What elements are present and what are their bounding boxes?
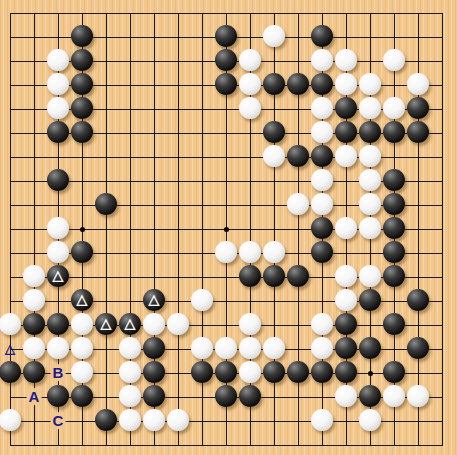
intersection-7-2[interactable]: [142, 25, 166, 49]
intersection-11-2[interactable]: [238, 25, 262, 49]
intersection-4-13[interactable]: △: [70, 289, 94, 313]
intersection-13-9[interactable]: [286, 193, 310, 217]
intersection-12-5[interactable]: [262, 97, 286, 121]
intersection-10-12[interactable]: [214, 265, 238, 289]
intersection-11-19[interactable]: [238, 433, 262, 455]
intersection-16-13[interactable]: [358, 289, 382, 313]
intersection-15-2[interactable]: [334, 25, 358, 49]
intersection-2-9[interactable]: [22, 193, 46, 217]
intersection-19-12[interactable]: [430, 265, 454, 289]
intersection-15-11[interactable]: [334, 241, 358, 265]
intersection-15-5[interactable]: [334, 97, 358, 121]
intersection-5-12[interactable]: [94, 265, 118, 289]
intersection-2-4[interactable]: [22, 73, 46, 97]
intersection-13-3[interactable]: [286, 49, 310, 73]
intersection-19-13[interactable]: [430, 289, 454, 313]
intersection-6-10[interactable]: [118, 217, 142, 241]
intersection-17-4[interactable]: [382, 73, 406, 97]
intersection-15-3[interactable]: [334, 49, 358, 73]
intersection-18-2[interactable]: [406, 25, 430, 49]
intersection-9-11[interactable]: [190, 241, 214, 265]
intersection-14-9[interactable]: [310, 193, 334, 217]
intersection-6-1[interactable]: [118, 1, 142, 25]
intersection-4-8[interactable]: [70, 169, 94, 193]
intersection-4-4[interactable]: [70, 73, 94, 97]
intersection-5-14[interactable]: △: [94, 313, 118, 337]
intersection-11-16[interactable]: [238, 361, 262, 385]
intersection-16-6[interactable]: [358, 121, 382, 145]
intersection-9-9[interactable]: [190, 193, 214, 217]
intersection-3-4[interactable]: [46, 73, 70, 97]
intersection-1-18[interactable]: [0, 409, 22, 433]
intersection-15-6[interactable]: [334, 121, 358, 145]
intersection-12-8[interactable]: [262, 169, 286, 193]
intersection-15-13[interactable]: [334, 289, 358, 313]
intersection-11-15[interactable]: [238, 337, 262, 361]
intersection-15-18[interactable]: [334, 409, 358, 433]
intersection-13-15[interactable]: [286, 337, 310, 361]
intersection-16-11[interactable]: [358, 241, 382, 265]
intersection-16-15[interactable]: [358, 337, 382, 361]
intersection-9-18[interactable]: [190, 409, 214, 433]
intersection-19-15[interactable]: [430, 337, 454, 361]
intersection-3-6[interactable]: [46, 121, 70, 145]
intersection-7-10[interactable]: [142, 217, 166, 241]
intersection-7-5[interactable]: [142, 97, 166, 121]
intersection-10-19[interactable]: [214, 433, 238, 455]
intersection-11-17[interactable]: [238, 385, 262, 409]
intersection-14-4[interactable]: [310, 73, 334, 97]
intersection-3-15[interactable]: [46, 337, 70, 361]
intersection-16-1[interactable]: [358, 1, 382, 25]
intersection-14-18[interactable]: [310, 409, 334, 433]
intersection-3-5[interactable]: [46, 97, 70, 121]
intersection-9-7[interactable]: [190, 145, 214, 169]
intersection-19-4[interactable]: [430, 73, 454, 97]
intersection-18-13[interactable]: [406, 289, 430, 313]
intersection-2-8[interactable]: [22, 169, 46, 193]
intersection-2-2[interactable]: [22, 25, 46, 49]
intersection-17-2[interactable]: [382, 25, 406, 49]
intersection-15-8[interactable]: [334, 169, 358, 193]
intersection-9-13[interactable]: [190, 289, 214, 313]
intersection-8-10[interactable]: [166, 217, 190, 241]
intersection-14-14[interactable]: [310, 313, 334, 337]
intersection-3-1[interactable]: [46, 1, 70, 25]
intersection-14-15[interactable]: [310, 337, 334, 361]
intersection-16-18[interactable]: [358, 409, 382, 433]
intersection-13-5[interactable]: [286, 97, 310, 121]
intersection-3-14[interactable]: [46, 313, 70, 337]
intersection-7-1[interactable]: [142, 1, 166, 25]
intersection-18-18[interactable]: [406, 409, 430, 433]
intersection-16-2[interactable]: [358, 25, 382, 49]
intersection-17-5[interactable]: [382, 97, 406, 121]
intersection-18-17[interactable]: [406, 385, 430, 409]
intersection-8-15[interactable]: [166, 337, 190, 361]
intersection-15-14[interactable]: [334, 313, 358, 337]
intersection-1-3[interactable]: [0, 49, 22, 73]
intersection-9-2[interactable]: [190, 25, 214, 49]
intersection-12-16[interactable]: [262, 361, 286, 385]
intersection-4-19[interactable]: [70, 433, 94, 455]
intersection-15-7[interactable]: [334, 145, 358, 169]
intersection-5-5[interactable]: [94, 97, 118, 121]
intersection-19-3[interactable]: [430, 49, 454, 73]
intersection-19-16[interactable]: [430, 361, 454, 385]
intersection-1-1[interactable]: [0, 1, 22, 25]
intersection-6-14[interactable]: △: [118, 313, 142, 337]
intersection-11-3[interactable]: [238, 49, 262, 73]
intersection-1-7[interactable]: [0, 145, 22, 169]
intersection-1-6[interactable]: [0, 121, 22, 145]
intersection-1-16[interactable]: [0, 361, 22, 385]
intersection-2-6[interactable]: [22, 121, 46, 145]
intersection-3-13[interactable]: [46, 289, 70, 313]
intersection-11-7[interactable]: [238, 145, 262, 169]
intersection-5-1[interactable]: [94, 1, 118, 25]
intersection-17-3[interactable]: [382, 49, 406, 73]
intersection-12-1[interactable]: [262, 1, 286, 25]
intersection-4-7[interactable]: [70, 145, 94, 169]
intersection-4-12[interactable]: [70, 265, 94, 289]
intersection-2-18[interactable]: [22, 409, 46, 433]
intersection-19-7[interactable]: [430, 145, 454, 169]
intersection-1-13[interactable]: [0, 289, 22, 313]
intersection-17-16[interactable]: [382, 361, 406, 385]
intersection-18-7[interactable]: [406, 145, 430, 169]
intersection-18-10[interactable]: [406, 217, 430, 241]
intersection-19-17[interactable]: [430, 385, 454, 409]
intersection-10-5[interactable]: [214, 97, 238, 121]
intersection-10-3[interactable]: [214, 49, 238, 73]
intersection-18-5[interactable]: [406, 97, 430, 121]
intersection-19-14[interactable]: [430, 313, 454, 337]
intersection-3-12[interactable]: △: [46, 265, 70, 289]
intersection-9-3[interactable]: [190, 49, 214, 73]
intersection-10-6[interactable]: [214, 121, 238, 145]
intersection-4-15[interactable]: [70, 337, 94, 361]
intersection-13-2[interactable]: [286, 25, 310, 49]
intersection-9-6[interactable]: [190, 121, 214, 145]
intersection-3-7[interactable]: [46, 145, 70, 169]
intersection-9-12[interactable]: [190, 265, 214, 289]
intersection-2-16[interactable]: [22, 361, 46, 385]
intersection-6-15[interactable]: [118, 337, 142, 361]
intersection-18-9[interactable]: [406, 193, 430, 217]
intersection-6-6[interactable]: [118, 121, 142, 145]
intersection-19-5[interactable]: [430, 97, 454, 121]
intersection-7-6[interactable]: [142, 121, 166, 145]
intersection-10-9[interactable]: [214, 193, 238, 217]
intersection-11-13[interactable]: [238, 289, 262, 313]
intersection-12-2[interactable]: [262, 25, 286, 49]
intersection-11-18[interactable]: [238, 409, 262, 433]
intersection-8-18[interactable]: [166, 409, 190, 433]
intersection-16-8[interactable]: [358, 169, 382, 193]
intersection-18-14[interactable]: [406, 313, 430, 337]
intersection-7-4[interactable]: [142, 73, 166, 97]
intersection-12-7[interactable]: [262, 145, 286, 169]
intersection-2-19[interactable]: [22, 433, 46, 455]
intersection-4-10[interactable]: [70, 217, 94, 241]
intersection-10-16[interactable]: [214, 361, 238, 385]
intersection-4-18[interactable]: [70, 409, 94, 433]
intersection-3-2[interactable]: [46, 25, 70, 49]
intersection-6-11[interactable]: [118, 241, 142, 265]
intersection-4-14[interactable]: [70, 313, 94, 337]
intersection-7-9[interactable]: [142, 193, 166, 217]
intersection-3-10[interactable]: [46, 217, 70, 241]
intersection-5-13[interactable]: [94, 289, 118, 313]
intersection-18-12[interactable]: [406, 265, 430, 289]
intersection-9-4[interactable]: [190, 73, 214, 97]
intersection-9-10[interactable]: [190, 217, 214, 241]
intersection-10-18[interactable]: [214, 409, 238, 433]
intersection-8-7[interactable]: [166, 145, 190, 169]
intersection-19-10[interactable]: [430, 217, 454, 241]
intersection-7-12[interactable]: [142, 265, 166, 289]
intersection-11-6[interactable]: [238, 121, 262, 145]
intersection-10-10[interactable]: [214, 217, 238, 241]
intersection-6-16[interactable]: [118, 361, 142, 385]
intersection-11-9[interactable]: [238, 193, 262, 217]
intersection-12-4[interactable]: [262, 73, 286, 97]
intersection-2-13[interactable]: [22, 289, 46, 313]
intersection-3-3[interactable]: [46, 49, 70, 73]
intersection-13-4[interactable]: [286, 73, 310, 97]
intersection-19-1[interactable]: [430, 1, 454, 25]
intersection-4-3[interactable]: [70, 49, 94, 73]
intersection-17-11[interactable]: [382, 241, 406, 265]
intersection-5-16[interactable]: [94, 361, 118, 385]
intersection-4-1[interactable]: [70, 1, 94, 25]
intersection-8-3[interactable]: [166, 49, 190, 73]
intersection-16-10[interactable]: [358, 217, 382, 241]
intersection-18-3[interactable]: [406, 49, 430, 73]
intersection-4-9[interactable]: [70, 193, 94, 217]
intersection-5-18[interactable]: [94, 409, 118, 433]
intersection-13-10[interactable]: [286, 217, 310, 241]
intersection-8-8[interactable]: [166, 169, 190, 193]
intersection-14-19[interactable]: [310, 433, 334, 455]
intersection-1-19[interactable]: [0, 433, 22, 455]
intersection-8-1[interactable]: [166, 1, 190, 25]
intersection-18-8[interactable]: [406, 169, 430, 193]
intersection-17-15[interactable]: [382, 337, 406, 361]
intersection-13-18[interactable]: [286, 409, 310, 433]
intersection-4-2[interactable]: [70, 25, 94, 49]
intersection-4-11[interactable]: [70, 241, 94, 265]
intersection-16-12[interactable]: [358, 265, 382, 289]
intersection-1-15[interactable]: △: [0, 337, 22, 361]
intersection-13-7[interactable]: [286, 145, 310, 169]
intersection-15-4[interactable]: [334, 73, 358, 97]
intersection-17-9[interactable]: [382, 193, 406, 217]
intersection-1-9[interactable]: [0, 193, 22, 217]
intersection-11-5[interactable]: [238, 97, 262, 121]
intersection-6-4[interactable]: [118, 73, 142, 97]
intersection-14-3[interactable]: [310, 49, 334, 73]
intersection-7-16[interactable]: [142, 361, 166, 385]
intersection-13-17[interactable]: [286, 385, 310, 409]
intersection-4-6[interactable]: [70, 121, 94, 145]
intersection-18-4[interactable]: [406, 73, 430, 97]
intersection-17-7[interactable]: [382, 145, 406, 169]
intersection-14-8[interactable]: [310, 169, 334, 193]
intersection-2-10[interactable]: [22, 217, 46, 241]
intersection-6-5[interactable]: [118, 97, 142, 121]
intersection-2-17[interactable]: A: [22, 385, 46, 409]
intersection-5-6[interactable]: [94, 121, 118, 145]
intersection-15-12[interactable]: [334, 265, 358, 289]
intersection-1-5[interactable]: [0, 97, 22, 121]
intersection-10-2[interactable]: [214, 25, 238, 49]
intersection-10-4[interactable]: [214, 73, 238, 97]
intersection-11-12[interactable]: [238, 265, 262, 289]
intersection-18-15[interactable]: [406, 337, 430, 361]
intersection-8-16[interactable]: [166, 361, 190, 385]
intersection-6-7[interactable]: [118, 145, 142, 169]
intersection-12-9[interactable]: [262, 193, 286, 217]
intersection-17-14[interactable]: [382, 313, 406, 337]
intersection-14-2[interactable]: [310, 25, 334, 49]
intersection-8-13[interactable]: [166, 289, 190, 313]
intersection-3-16[interactable]: B: [46, 361, 70, 385]
intersection-5-2[interactable]: [94, 25, 118, 49]
intersection-17-13[interactable]: [382, 289, 406, 313]
intersection-18-6[interactable]: [406, 121, 430, 145]
intersection-15-9[interactable]: [334, 193, 358, 217]
intersection-12-19[interactable]: [262, 433, 286, 455]
intersection-7-19[interactable]: [142, 433, 166, 455]
intersection-15-1[interactable]: [334, 1, 358, 25]
intersection-12-11[interactable]: [262, 241, 286, 265]
intersection-5-7[interactable]: [94, 145, 118, 169]
intersection-11-11[interactable]: [238, 241, 262, 265]
intersection-3-8[interactable]: [46, 169, 70, 193]
intersection-10-7[interactable]: [214, 145, 238, 169]
intersection-3-11[interactable]: [46, 241, 70, 265]
intersection-10-11[interactable]: [214, 241, 238, 265]
intersection-5-3[interactable]: [94, 49, 118, 73]
intersection-12-17[interactable]: [262, 385, 286, 409]
intersection-14-12[interactable]: [310, 265, 334, 289]
intersection-17-1[interactable]: [382, 1, 406, 25]
intersection-15-15[interactable]: [334, 337, 358, 361]
intersection-5-15[interactable]: [94, 337, 118, 361]
intersection-12-14[interactable]: [262, 313, 286, 337]
intersection-10-14[interactable]: [214, 313, 238, 337]
intersection-13-16[interactable]: [286, 361, 310, 385]
intersection-10-13[interactable]: [214, 289, 238, 313]
intersection-6-8[interactable]: [118, 169, 142, 193]
intersection-9-16[interactable]: [190, 361, 214, 385]
intersection-16-14[interactable]: [358, 313, 382, 337]
intersection-17-8[interactable]: [382, 169, 406, 193]
intersection-6-18[interactable]: [118, 409, 142, 433]
intersection-1-2[interactable]: [0, 25, 22, 49]
intersection-12-12[interactable]: [262, 265, 286, 289]
intersection-8-9[interactable]: [166, 193, 190, 217]
intersection-11-1[interactable]: [238, 1, 262, 25]
intersection-17-19[interactable]: [382, 433, 406, 455]
intersection-6-2[interactable]: [118, 25, 142, 49]
intersection-3-9[interactable]: [46, 193, 70, 217]
intersection-7-3[interactable]: [142, 49, 166, 73]
intersection-12-13[interactable]: [262, 289, 286, 313]
intersection-19-18[interactable]: [430, 409, 454, 433]
intersection-8-5[interactable]: [166, 97, 190, 121]
intersection-18-11[interactable]: [406, 241, 430, 265]
intersection-7-8[interactable]: [142, 169, 166, 193]
intersection-14-11[interactable]: [310, 241, 334, 265]
intersection-8-6[interactable]: [166, 121, 190, 145]
intersection-17-12[interactable]: [382, 265, 406, 289]
intersection-18-1[interactable]: [406, 1, 430, 25]
intersection-7-17[interactable]: [142, 385, 166, 409]
intersection-16-9[interactable]: [358, 193, 382, 217]
intersection-15-19[interactable]: [334, 433, 358, 455]
intersection-18-16[interactable]: [406, 361, 430, 385]
intersection-9-17[interactable]: [190, 385, 214, 409]
intersection-15-17[interactable]: [334, 385, 358, 409]
intersection-19-2[interactable]: [430, 25, 454, 49]
intersection-7-15[interactable]: [142, 337, 166, 361]
intersection-14-17[interactable]: [310, 385, 334, 409]
intersection-19-9[interactable]: [430, 193, 454, 217]
intersection-11-4[interactable]: [238, 73, 262, 97]
intersection-6-12[interactable]: [118, 265, 142, 289]
intersection-2-3[interactable]: [22, 49, 46, 73]
intersection-9-8[interactable]: [190, 169, 214, 193]
intersection-17-17[interactable]: [382, 385, 406, 409]
intersection-12-18[interactable]: [262, 409, 286, 433]
intersection-2-14[interactable]: [22, 313, 46, 337]
intersection-6-19[interactable]: [118, 433, 142, 455]
intersection-8-2[interactable]: [166, 25, 190, 49]
intersection-14-1[interactable]: [310, 1, 334, 25]
intersection-7-13[interactable]: △: [142, 289, 166, 313]
intersection-7-7[interactable]: [142, 145, 166, 169]
intersection-5-9[interactable]: [94, 193, 118, 217]
intersection-2-1[interactable]: [22, 1, 46, 25]
intersection-4-16[interactable]: [70, 361, 94, 385]
intersection-10-15[interactable]: [214, 337, 238, 361]
intersection-17-10[interactable]: [382, 217, 406, 241]
intersection-8-14[interactable]: [166, 313, 190, 337]
intersection-18-19[interactable]: [406, 433, 430, 455]
intersection-11-8[interactable]: [238, 169, 262, 193]
intersection-1-11[interactable]: [0, 241, 22, 265]
intersection-5-10[interactable]: [94, 217, 118, 241]
intersection-7-14[interactable]: [142, 313, 166, 337]
intersection-8-19[interactable]: [166, 433, 190, 455]
intersection-5-11[interactable]: [94, 241, 118, 265]
intersection-4-17[interactable]: [70, 385, 94, 409]
intersection-5-17[interactable]: [94, 385, 118, 409]
intersection-12-10[interactable]: [262, 217, 286, 241]
intersection-16-4[interactable]: [358, 73, 382, 97]
intersection-3-19[interactable]: [46, 433, 70, 455]
intersection-15-10[interactable]: [334, 217, 358, 241]
intersection-13-12[interactable]: [286, 265, 310, 289]
intersection-12-3[interactable]: [262, 49, 286, 73]
intersection-9-14[interactable]: [190, 313, 214, 337]
intersection-1-17[interactable]: [0, 385, 22, 409]
intersection-7-18[interactable]: [142, 409, 166, 433]
intersection-10-1[interactable]: [214, 1, 238, 25]
